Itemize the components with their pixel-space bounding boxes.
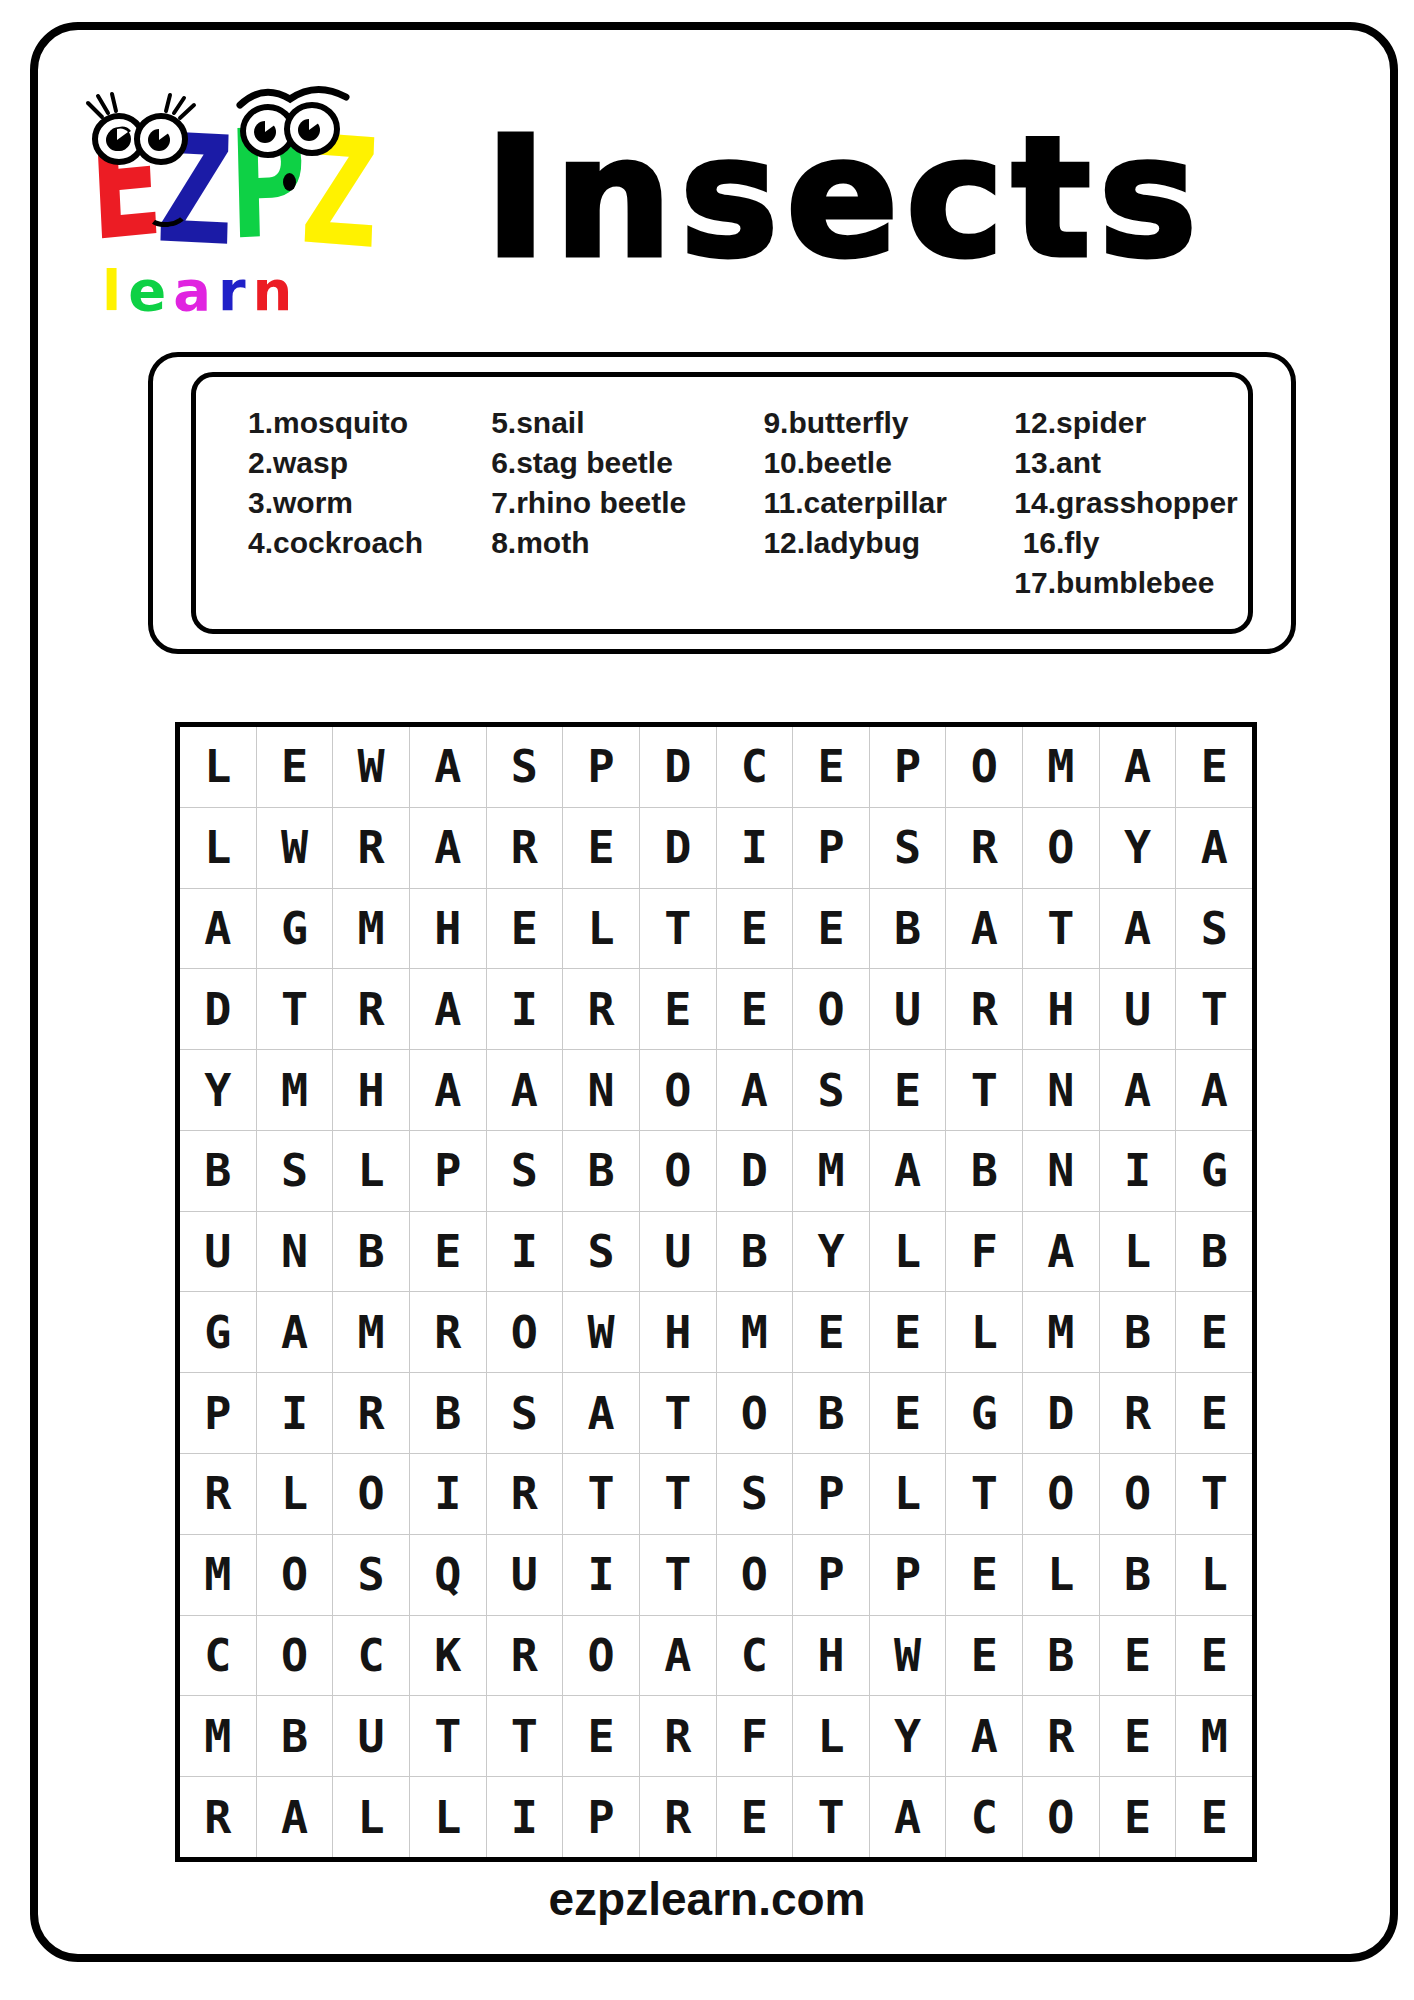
grid-cell[interactable]: H <box>1023 969 1099 1049</box>
grid-cell[interactable]: A <box>410 727 486 807</box>
grid-cell[interactable]: E <box>1176 1777 1252 1857</box>
grid-cell[interactable]: E <box>410 1212 486 1292</box>
grid-cell[interactable]: A <box>1176 1050 1252 1130</box>
grid-cell[interactable]: T <box>793 1777 869 1857</box>
grid-cell[interactable]: M <box>1023 1292 1099 1372</box>
grid-cell[interactable]: N <box>257 1212 333 1292</box>
grid-cell[interactable]: Y <box>1100 808 1176 888</box>
grid-cell[interactable]: T <box>563 1454 639 1534</box>
grid-cell[interactable]: A <box>180 889 256 969</box>
grid-cell[interactable]: M <box>1023 727 1099 807</box>
grid-cell[interactable]: L <box>870 1212 946 1292</box>
grid-cell[interactable]: M <box>333 889 409 969</box>
word-list-item: 8.moth <box>491 523 763 563</box>
grid-cell[interactable]: O <box>717 1535 793 1615</box>
grid-cell[interactable]: O <box>946 727 1022 807</box>
grid-cell[interactable]: W <box>870 1616 946 1696</box>
word-list-item: 7.rhino beetle <box>491 483 763 523</box>
grid-cell[interactable]: R <box>1023 1696 1099 1776</box>
grid-cell[interactable]: B <box>870 889 946 969</box>
word-list-item: 12.spider <box>1014 403 1238 443</box>
grid-cell[interactable]: A <box>410 969 486 1049</box>
grid-cell[interactable]: U <box>487 1535 563 1615</box>
grid-cell[interactable]: S <box>1176 889 1252 969</box>
grid-cell[interactable]: R <box>487 808 563 888</box>
grid-cell[interactable]: R <box>563 969 639 1049</box>
grid-cell[interactable]: C <box>333 1616 409 1696</box>
grid-cell[interactable]: I <box>410 1454 486 1534</box>
grid-cell[interactable]: A <box>1100 889 1176 969</box>
grid-cell[interactable]: P <box>410 1131 486 1211</box>
grid-cell[interactable]: T <box>640 889 716 969</box>
grid-cell[interactable]: B <box>257 1696 333 1776</box>
grid-cell[interactable]: P <box>870 1535 946 1615</box>
grid-cell[interactable]: F <box>946 1212 1022 1292</box>
grid-cell[interactable]: E <box>717 889 793 969</box>
grid-cell[interactable]: A <box>410 808 486 888</box>
logo-learn-letter: r <box>218 258 253 323</box>
worksheet-page: EZPZ learn Insects 1.mosquito2.wasp3.wor… <box>0 0 1414 2000</box>
grid-cell[interactable]: A <box>640 1616 716 1696</box>
grid-cell[interactable]: E <box>1100 1616 1176 1696</box>
grid-cell[interactable]: T <box>1023 889 1099 969</box>
ezpz-learn-logo: EZPZ learn <box>88 95 408 325</box>
grid-cell[interactable]: E <box>640 969 716 1049</box>
grid-cell[interactable]: M <box>793 1131 869 1211</box>
word-list-box: 1.mosquito2.wasp3.worm4.cockroach5.snail… <box>148 352 1296 654</box>
grid-cell[interactable]: I <box>487 969 563 1049</box>
logo-learn-letter: n <box>253 258 300 323</box>
grid-cell[interactable]: S <box>717 1454 793 1534</box>
grid-cell[interactable]: B <box>793 1373 869 1453</box>
grid-cell[interactable]: U <box>640 1212 716 1292</box>
word-list-item: 5.snail <box>491 403 763 443</box>
grid-cell[interactable]: S <box>793 1050 869 1130</box>
word-list: 1.mosquito2.wasp3.worm4.cockroach5.snail… <box>248 403 1238 603</box>
grid-cell[interactable]: H <box>640 1292 716 1372</box>
grid-cell[interactable]: L <box>410 1777 486 1857</box>
grid-cell[interactable]: L <box>1100 1212 1176 1292</box>
grid-cell[interactable]: P <box>793 1535 869 1615</box>
grid-cell[interactable]: S <box>487 1373 563 1453</box>
grid-cell[interactable]: T <box>640 1454 716 1534</box>
grid-cell[interactable]: E <box>563 1696 639 1776</box>
grid-cell[interactable]: E <box>793 727 869 807</box>
grid-cell[interactable]: U <box>1100 969 1176 1049</box>
grid-cell[interactable]: A <box>410 1050 486 1130</box>
grid-cell[interactable]: U <box>180 1212 256 1292</box>
grid-cell[interactable]: E <box>487 889 563 969</box>
grid-cell[interactable]: L <box>333 1131 409 1211</box>
grid-cell[interactable]: G <box>946 1373 1022 1453</box>
grid-cell[interactable]: W <box>333 727 409 807</box>
grid-cell[interactable]: O <box>1100 1454 1176 1534</box>
grid-cell[interactable]: O <box>717 1373 793 1453</box>
grid-cell[interactable]: K <box>410 1616 486 1696</box>
grid-cell[interactable]: U <box>870 969 946 1049</box>
grid-cell[interactable]: G <box>180 1292 256 1372</box>
word-list-item: 13.ant <box>1014 443 1238 483</box>
grid-cell[interactable]: E <box>1176 1292 1252 1372</box>
grid-cell[interactable]: I <box>717 808 793 888</box>
grid-cell[interactable]: S <box>487 727 563 807</box>
grid-cell[interactable]: L <box>180 727 256 807</box>
grid-cell[interactable]: E <box>1100 1696 1176 1776</box>
grid-cell[interactable]: E <box>946 1535 1022 1615</box>
grid-cell[interactable]: E <box>1176 1373 1252 1453</box>
grid-cell[interactable]: A <box>870 1131 946 1211</box>
grid-cell[interactable]: O <box>640 1050 716 1130</box>
grid-cell[interactable]: T <box>640 1373 716 1453</box>
grid-cell[interactable]: B <box>717 1212 793 1292</box>
grid-cell[interactable]: A <box>257 1292 333 1372</box>
grid-cell[interactable]: O <box>563 1616 639 1696</box>
logo-learn-letter: l <box>102 258 128 323</box>
grid-cell[interactable]: I <box>1100 1131 1176 1211</box>
grid-cell[interactable]: S <box>257 1131 333 1211</box>
grid-cell[interactable]: D <box>1023 1373 1099 1453</box>
grid-cell[interactable]: L <box>1176 1535 1252 1615</box>
grid-cell[interactable]: N <box>1023 1131 1099 1211</box>
grid-cell[interactable]: C <box>717 1616 793 1696</box>
grid-cell[interactable]: A <box>487 1050 563 1130</box>
word-list-item: 10.beetle <box>763 443 1014 483</box>
grid-cell[interactable]: O <box>257 1616 333 1696</box>
grid-cell[interactable]: L <box>946 1292 1022 1372</box>
grid-cell[interactable]: R <box>640 1777 716 1857</box>
grid-cell[interactable]: C <box>180 1616 256 1696</box>
word-list-item: 11.caterpillar <box>763 483 1014 523</box>
grid-cell[interactable]: T <box>410 1696 486 1776</box>
grid-cell[interactable]: M <box>180 1696 256 1776</box>
grid-cell[interactable]: L <box>870 1454 946 1534</box>
grid-cell[interactable]: R <box>180 1454 256 1534</box>
grid-cell[interactable]: F <box>717 1696 793 1776</box>
logo-learn-letter: e <box>128 258 173 323</box>
grid-cell[interactable]: E <box>1100 1777 1176 1857</box>
page-title: Insects <box>420 88 1270 308</box>
grid-cell[interactable]: H <box>793 1616 869 1696</box>
grid-cell[interactable]: E <box>793 889 869 969</box>
word-search-grid: LEWASPDCEPOMAELWRAREDIPSROYAAGMHELTEEBAT… <box>175 722 1257 1862</box>
grid-cell[interactable]: A <box>1100 727 1176 807</box>
word-list-column: 5.snail6.stag beetle7.rhino beetle8.moth <box>491 403 763 603</box>
word-list-item: 3.worm <box>248 483 491 523</box>
grid-cell[interactable]: A <box>870 1777 946 1857</box>
grid-cell[interactable]: P <box>563 1777 639 1857</box>
grid-cell[interactable]: T <box>1176 969 1252 1049</box>
grid-cell[interactable]: I <box>563 1535 639 1615</box>
grid-cell[interactable]: P <box>793 808 869 888</box>
grid-cell[interactable]: B <box>1100 1535 1176 1615</box>
word-list-item: 2.wasp <box>248 443 491 483</box>
grid-cell[interactable]: T <box>1176 1454 1252 1534</box>
grid-cell[interactable]: I <box>487 1777 563 1857</box>
grid-cell[interactable]: T <box>946 1454 1022 1534</box>
word-list-item: 1.mosquito <box>248 403 491 443</box>
grid-cell[interactable]: E <box>717 969 793 1049</box>
word-list-item: 9.butterfly <box>763 403 1014 443</box>
grid-cell[interactable]: A <box>946 1696 1022 1776</box>
word-list-inner-box: 1.mosquito2.wasp3.worm4.cockroach5.snail… <box>191 372 1253 634</box>
grid-cell[interactable]: A <box>717 1050 793 1130</box>
grid-cell[interactable]: A <box>946 889 1022 969</box>
grid-cell[interactable]: L <box>563 889 639 969</box>
e-googly-eyes-icon <box>84 91 204 169</box>
grid-cell[interactable]: R <box>180 1777 256 1857</box>
grid-cell[interactable]: O <box>487 1292 563 1372</box>
grid-cell[interactable]: H <box>333 1050 409 1130</box>
grid-cell[interactable]: U <box>333 1696 409 1776</box>
grid-cell[interactable]: E <box>1176 727 1252 807</box>
grid-cell[interactable]: P <box>180 1373 256 1453</box>
grid-cell[interactable]: E <box>717 1777 793 1857</box>
logo-learn-letter: a <box>173 258 218 323</box>
grid-cell[interactable]: S <box>563 1212 639 1292</box>
grid-cell[interactable]: E <box>946 1616 1022 1696</box>
grid-cell[interactable]: S <box>333 1535 409 1615</box>
grid-cell[interactable]: R <box>487 1454 563 1534</box>
grid-cell[interactable]: M <box>333 1292 409 1372</box>
grid-cell[interactable]: H <box>410 889 486 969</box>
grid-cell[interactable]: M <box>257 1050 333 1130</box>
grid-cell[interactable]: E <box>870 1292 946 1372</box>
grid-cell[interactable]: L <box>333 1777 409 1857</box>
grid-cell[interactable]: T <box>487 1696 563 1776</box>
word-list-item: 14.grasshopper <box>1014 483 1238 523</box>
grid-cell[interactable]: S <box>870 808 946 888</box>
grid-cell[interactable]: L <box>1023 1535 1099 1615</box>
grid-cell[interactable]: B <box>1100 1292 1176 1372</box>
word-list-item: 4.cockroach <box>248 523 491 563</box>
grid-cell[interactable]: P <box>793 1454 869 1534</box>
grid-cell[interactable]: R <box>333 969 409 1049</box>
grid-cell[interactable]: R <box>1100 1373 1176 1453</box>
grid-cell[interactable]: O <box>793 969 869 1049</box>
grid-cell[interactable]: D <box>717 1131 793 1211</box>
grid-cell[interactable]: A <box>563 1373 639 1453</box>
grid-cell[interactable]: B <box>563 1131 639 1211</box>
word-list-column: 9.butterfly10.beetle11.caterpillar12.lad… <box>763 403 1014 603</box>
grid-cell[interactable]: R <box>333 1373 409 1453</box>
grid-cell[interactable]: B <box>1023 1616 1099 1696</box>
grid-cell[interactable]: T <box>640 1535 716 1615</box>
word-list-column: 1.mosquito2.wasp3.worm4.cockroach <box>248 403 491 603</box>
grid-cell[interactable]: N <box>563 1050 639 1130</box>
grid-cell[interactable]: R <box>640 1696 716 1776</box>
grid-cell[interactable]: R <box>946 808 1022 888</box>
grid-cell[interactable]: L <box>793 1696 869 1776</box>
word-list-item: 17.bumblebee <box>1014 563 1238 603</box>
grid-cell[interactable]: O <box>1023 808 1099 888</box>
grid-cell[interactable]: Q <box>410 1535 486 1615</box>
grid-cell[interactable]: C <box>946 1777 1022 1857</box>
grid-cell[interactable]: R <box>410 1292 486 1372</box>
grid-cell[interactable]: M <box>180 1535 256 1615</box>
letter-grid: LEWASPDCEPOMAELWRAREDIPSROYAAGMHELTEEBAT… <box>180 727 1252 1857</box>
grid-cell[interactable]: L <box>257 1454 333 1534</box>
grid-cell[interactable]: P <box>563 727 639 807</box>
grid-cell[interactable]: B <box>1176 1212 1252 1292</box>
grid-cell[interactable]: E <box>870 1050 946 1130</box>
grid-cell[interactable]: I <box>257 1373 333 1453</box>
grid-cell[interactable]: I <box>487 1212 563 1292</box>
grid-cell[interactable]: Y <box>793 1212 869 1292</box>
p-o-mouth <box>283 173 296 191</box>
grid-cell[interactable]: R <box>333 808 409 888</box>
grid-cell[interactable]: A <box>1176 808 1252 888</box>
word-list-column: 12.spider13.ant14.grasshopper 16.fly17.b… <box>1014 403 1238 603</box>
grid-cell[interactable]: T <box>257 969 333 1049</box>
grid-cell[interactable]: Y <box>180 1050 256 1130</box>
word-list-item: 16.fly <box>1014 523 1238 563</box>
grid-cell[interactable]: C <box>717 727 793 807</box>
grid-cell[interactable]: D <box>640 727 716 807</box>
grid-cell[interactable]: B <box>946 1131 1022 1211</box>
grid-cell[interactable]: N <box>1023 1050 1099 1130</box>
grid-cell[interactable]: S <box>487 1131 563 1211</box>
grid-cell[interactable]: W <box>257 808 333 888</box>
grid-cell[interactable]: B <box>180 1131 256 1211</box>
grid-cell[interactable]: A <box>1023 1212 1099 1292</box>
grid-cell[interactable]: G <box>257 889 333 969</box>
grid-cell[interactable]: D <box>180 969 256 1049</box>
word-list-item: 12.ladybug <box>763 523 1014 563</box>
grid-cell[interactable]: T <box>946 1050 1022 1130</box>
grid-cell[interactable]: B <box>410 1373 486 1453</box>
grid-cell[interactable]: R <box>487 1616 563 1696</box>
grid-cell[interactable]: M <box>1176 1696 1252 1776</box>
grid-cell[interactable]: P <box>870 727 946 807</box>
grid-cell[interactable]: O <box>1023 1454 1099 1534</box>
grid-cell[interactable]: E <box>870 1373 946 1453</box>
grid-cell[interactable]: E <box>1176 1616 1252 1696</box>
p-googly-eyes-icon <box>228 79 358 163</box>
grid-cell[interactable]: G <box>1176 1131 1252 1211</box>
grid-cell[interactable]: O <box>640 1131 716 1211</box>
grid-cell[interactable]: E <box>793 1292 869 1372</box>
grid-cell[interactable]: O <box>333 1454 409 1534</box>
grid-cell[interactable]: E <box>257 727 333 807</box>
logo-learn-text: learn <box>102 263 299 319</box>
grid-cell[interactable]: L <box>180 808 256 888</box>
grid-cell[interactable]: A <box>257 1777 333 1857</box>
footer-url: ezpzlearn.com <box>0 1872 1414 1926</box>
grid-cell[interactable]: E <box>563 808 639 888</box>
grid-cell[interactable]: D <box>640 808 716 888</box>
grid-cell[interactable]: O <box>257 1535 333 1615</box>
word-list-item: 6.stag beetle <box>491 443 763 483</box>
grid-cell[interactable]: Y <box>870 1696 946 1776</box>
grid-cell[interactable]: M <box>717 1292 793 1372</box>
grid-cell[interactable]: A <box>1100 1050 1176 1130</box>
grid-cell[interactable]: B <box>333 1212 409 1292</box>
grid-cell[interactable]: O <box>1023 1777 1099 1857</box>
grid-cell[interactable]: W <box>563 1292 639 1372</box>
grid-cell[interactable]: R <box>946 969 1022 1049</box>
